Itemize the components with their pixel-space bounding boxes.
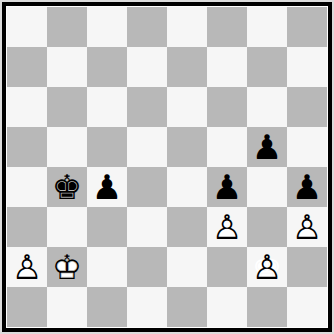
chess-board-inner-line: ♟♚♟♟♟♟♙♟♙♟♙♚♔♚♙ [6, 6, 328, 328]
square-b8[interactable] [47, 7, 87, 47]
square-h5[interactable] [287, 127, 327, 167]
square-b2[interactable]: ♚♔ [47, 247, 87, 287]
white-pawn-glyph: ♙ [207, 207, 247, 247]
square-g4[interactable] [247, 167, 287, 207]
square-f4[interactable]: ♟ [207, 167, 247, 207]
square-e3[interactable] [167, 207, 207, 247]
square-d4[interactable] [127, 167, 167, 207]
square-e5[interactable] [167, 127, 207, 167]
square-b6[interactable] [47, 87, 87, 127]
square-g5[interactable]: ♟ [247, 127, 287, 167]
square-c3[interactable] [87, 207, 127, 247]
square-c2[interactable] [87, 247, 127, 287]
square-e7[interactable] [167, 47, 207, 87]
square-f3[interactable]: ♟♙ [207, 207, 247, 247]
black-pawn-glyph: ♟ [287, 167, 327, 207]
white-pawn-h3: ♟♙ [287, 207, 327, 247]
square-h3[interactable]: ♟♙ [287, 207, 327, 247]
square-c5[interactable] [87, 127, 127, 167]
square-a5[interactable] [7, 127, 47, 167]
square-d3[interactable] [127, 207, 167, 247]
square-b7[interactable] [47, 47, 87, 87]
square-d2[interactable] [127, 247, 167, 287]
square-h8[interactable] [287, 7, 327, 47]
square-e6[interactable] [167, 87, 207, 127]
white-king-glyph: ♔ [47, 247, 87, 287]
square-b1[interactable] [47, 287, 87, 327]
black-pawn-h4: ♟ [287, 167, 327, 207]
square-b5[interactable] [47, 127, 87, 167]
black-pawn-g5: ♟ [247, 127, 287, 167]
black-pawn-c4: ♟ [87, 167, 127, 207]
square-a1[interactable] [7, 287, 47, 327]
square-g2[interactable]: ♚♙ [247, 247, 287, 287]
chess-board-frame: ♟♚♟♟♟♟♙♟♙♟♙♚♔♚♙ [0, 0, 334, 334]
black-king-b4: ♚ [47, 167, 87, 207]
black-pawn-f4: ♟ [207, 167, 247, 207]
square-g7[interactable] [247, 47, 287, 87]
square-a8[interactable] [7, 7, 47, 47]
square-g8[interactable] [247, 7, 287, 47]
square-e1[interactable] [167, 287, 207, 327]
square-c7[interactable] [87, 47, 127, 87]
square-f5[interactable] [207, 127, 247, 167]
square-a2[interactable]: ♟♙ [7, 247, 47, 287]
square-f2[interactable] [207, 247, 247, 287]
square-g1[interactable] [247, 287, 287, 327]
square-h4[interactable]: ♟ [287, 167, 327, 207]
square-a4[interactable] [7, 167, 47, 207]
square-a6[interactable] [7, 87, 47, 127]
square-b3[interactable] [47, 207, 87, 247]
square-e2[interactable] [167, 247, 207, 287]
square-h2[interactable] [287, 247, 327, 287]
white-pawn-glyph: ♙ [7, 247, 47, 287]
square-d5[interactable] [127, 127, 167, 167]
square-b4[interactable]: ♚ [47, 167, 87, 207]
square-f7[interactable] [207, 47, 247, 87]
square-d7[interactable] [127, 47, 167, 87]
square-f8[interactable] [207, 7, 247, 47]
white-pawn-g2: ♚♙ [247, 247, 287, 287]
square-a7[interactable] [7, 47, 47, 87]
square-c6[interactable] [87, 87, 127, 127]
white-king-b2: ♚♔ [47, 247, 87, 287]
square-c8[interactable] [87, 7, 127, 47]
white-pawn-a2: ♟♙ [7, 247, 47, 287]
square-f1[interactable] [207, 287, 247, 327]
square-f6[interactable] [207, 87, 247, 127]
square-c4[interactable]: ♟ [87, 167, 127, 207]
black-king-glyph: ♚ [47, 167, 87, 207]
square-g3[interactable] [247, 207, 287, 247]
white-pawn-f3: ♟♙ [207, 207, 247, 247]
black-pawn-glyph: ♟ [87, 167, 127, 207]
square-g6[interactable] [247, 87, 287, 127]
white-pawn-glyph: ♙ [247, 247, 287, 287]
square-h7[interactable] [287, 47, 327, 87]
square-d1[interactable] [127, 287, 167, 327]
square-a3[interactable] [7, 207, 47, 247]
square-d6[interactable] [127, 87, 167, 127]
black-pawn-glyph: ♟ [207, 167, 247, 207]
square-c1[interactable] [87, 287, 127, 327]
white-pawn-glyph: ♙ [287, 207, 327, 247]
black-pawn-glyph: ♟ [247, 127, 287, 167]
square-e4[interactable] [167, 167, 207, 207]
chess-board-border: ♟♚♟♟♟♟♙♟♙♟♙♚♔♚♙ [2, 2, 332, 332]
square-h6[interactable] [287, 87, 327, 127]
square-e8[interactable] [167, 7, 207, 47]
square-h1[interactable] [287, 287, 327, 327]
square-d8[interactable] [127, 7, 167, 47]
chess-board: ♟♚♟♟♟♟♙♟♙♟♙♚♔♚♙ [7, 7, 327, 327]
